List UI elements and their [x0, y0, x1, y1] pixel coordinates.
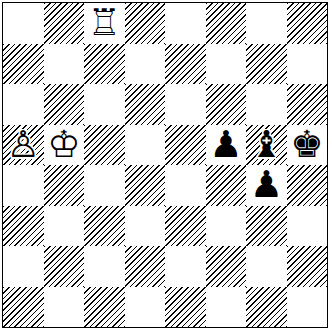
black-king: ♚ — [290, 125, 323, 165]
square-b4[interactable] — [44, 165, 85, 206]
square-g5[interactable]: ♝ — [246, 125, 287, 166]
chess-diagram: ♖♙♔♟♝♚♟ — [0, 0, 332, 332]
square-d8[interactable] — [125, 3, 166, 44]
square-f7[interactable] — [206, 44, 247, 85]
square-h2[interactable] — [287, 246, 328, 287]
square-b6[interactable] — [44, 84, 85, 125]
square-b8[interactable] — [44, 3, 85, 44]
square-d2[interactable] — [125, 246, 166, 287]
square-c8[interactable]: ♖ — [84, 3, 125, 44]
square-c7[interactable] — [84, 44, 125, 85]
square-g1[interactable] — [246, 287, 287, 328]
square-d4[interactable] — [125, 165, 166, 206]
square-g6[interactable] — [246, 84, 287, 125]
chess-board: ♖♙♔♟♝♚♟ — [3, 3, 327, 327]
square-e3[interactable] — [165, 206, 206, 247]
square-g4[interactable]: ♟ — [246, 165, 287, 206]
square-a2[interactable] — [3, 246, 44, 287]
square-e2[interactable] — [165, 246, 206, 287]
white-king: ♔ — [47, 125, 80, 165]
square-e6[interactable] — [165, 84, 206, 125]
square-d3[interactable] — [125, 206, 166, 247]
square-b3[interactable] — [44, 206, 85, 247]
square-f4[interactable] — [206, 165, 247, 206]
black-pawn: ♟ — [250, 165, 283, 205]
square-a5[interactable]: ♙ — [3, 125, 44, 166]
square-e5[interactable] — [165, 125, 206, 166]
square-a8[interactable] — [3, 3, 44, 44]
square-b7[interactable] — [44, 44, 85, 85]
square-a7[interactable] — [3, 44, 44, 85]
square-f6[interactable] — [206, 84, 247, 125]
square-h1[interactable] — [287, 287, 328, 328]
square-g7[interactable] — [246, 44, 287, 85]
square-b1[interactable] — [44, 287, 85, 328]
square-d1[interactable] — [125, 287, 166, 328]
square-f5[interactable]: ♟ — [206, 125, 247, 166]
square-e4[interactable] — [165, 165, 206, 206]
square-d5[interactable] — [125, 125, 166, 166]
square-b2[interactable] — [44, 246, 85, 287]
black-bishop: ♝ — [250, 125, 283, 165]
square-d7[interactable] — [125, 44, 166, 85]
square-c1[interactable] — [84, 287, 125, 328]
square-h4[interactable] — [287, 165, 328, 206]
square-h8[interactable] — [287, 3, 328, 44]
square-c5[interactable] — [84, 125, 125, 166]
square-f2[interactable] — [206, 246, 247, 287]
square-g2[interactable] — [246, 246, 287, 287]
square-h6[interactable] — [287, 84, 328, 125]
square-c2[interactable] — [84, 246, 125, 287]
square-e1[interactable] — [165, 287, 206, 328]
square-c3[interactable] — [84, 206, 125, 247]
square-a1[interactable] — [3, 287, 44, 328]
square-h7[interactable] — [287, 44, 328, 85]
square-f1[interactable] — [206, 287, 247, 328]
square-d6[interactable] — [125, 84, 166, 125]
white-pawn: ♙ — [7, 125, 40, 165]
square-e8[interactable] — [165, 3, 206, 44]
square-a3[interactable] — [3, 206, 44, 247]
square-g3[interactable] — [246, 206, 287, 247]
black-pawn: ♟ — [209, 125, 242, 165]
square-e7[interactable] — [165, 44, 206, 85]
square-f8[interactable] — [206, 3, 247, 44]
board-frame: ♖♙♔♟♝♚♟ — [2, 2, 328, 328]
square-a6[interactable] — [3, 84, 44, 125]
square-f3[interactable] — [206, 206, 247, 247]
white-rook: ♖ — [88, 3, 121, 43]
square-h5[interactable]: ♚ — [287, 125, 328, 166]
square-c4[interactable] — [84, 165, 125, 206]
square-h3[interactable] — [287, 206, 328, 247]
square-b5[interactable]: ♔ — [44, 125, 85, 166]
square-c6[interactable] — [84, 84, 125, 125]
square-g8[interactable] — [246, 3, 287, 44]
square-a4[interactable] — [3, 165, 44, 206]
